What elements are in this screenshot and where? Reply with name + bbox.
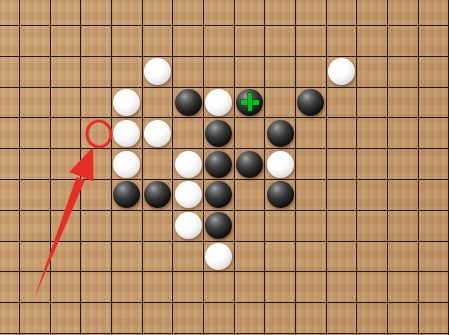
black-stone-last-move <box>236 89 263 116</box>
board-edge-cell <box>142 0 173 25</box>
board-cell[interactable] <box>356 25 387 56</box>
board-cell[interactable] <box>418 117 449 148</box>
board-cell[interactable] <box>295 25 326 56</box>
board-cell[interactable] <box>387 271 418 302</box>
board-cell[interactable] <box>172 302 203 333</box>
black-stone <box>267 181 294 208</box>
board-cell[interactable] <box>234 25 265 56</box>
board-cell[interactable] <box>418 179 449 210</box>
board-cell[interactable] <box>203 179 234 210</box>
board-cell[interactable] <box>387 56 418 87</box>
board-cell[interactable] <box>111 117 142 148</box>
board-cell[interactable] <box>356 241 387 272</box>
board-cell[interactable] <box>295 271 326 302</box>
white-stone <box>175 151 202 178</box>
board-edge-cell <box>295 0 326 25</box>
board-cell[interactable] <box>356 271 387 302</box>
white-stone <box>144 58 171 85</box>
black-stone <box>205 212 232 239</box>
board-edge-cell <box>0 271 19 302</box>
board-edge-cell <box>387 0 418 25</box>
board-cell[interactable] <box>50 87 81 118</box>
board-cell[interactable] <box>19 56 50 87</box>
board-edge-cell <box>0 87 19 118</box>
board-cell[interactable] <box>264 210 295 241</box>
board-cell[interactable] <box>172 148 203 179</box>
board-cell[interactable] <box>418 241 449 272</box>
board-cell[interactable] <box>295 302 326 333</box>
board-cell[interactable] <box>203 87 234 118</box>
black-stone <box>113 181 140 208</box>
board-cell[interactable] <box>356 148 387 179</box>
board-cell[interactable] <box>418 148 449 179</box>
board-cell[interactable] <box>203 56 234 87</box>
board-cell[interactable] <box>234 179 265 210</box>
black-stone <box>205 120 232 147</box>
board-cell[interactable] <box>203 210 234 241</box>
board-cell[interactable] <box>203 302 234 333</box>
board-cell[interactable] <box>50 271 81 302</box>
board-cell[interactable] <box>50 210 81 241</box>
board-cell[interactable] <box>418 25 449 56</box>
board-cell[interactable] <box>326 271 357 302</box>
board-cell[interactable] <box>19 210 50 241</box>
board-cell[interactable] <box>295 179 326 210</box>
board-cell[interactable] <box>326 25 357 56</box>
board-cell[interactable] <box>295 56 326 87</box>
board-cell[interactable] <box>234 302 265 333</box>
board-cell[interactable] <box>387 117 418 148</box>
board-cell[interactable] <box>50 117 81 148</box>
board-cell[interactable] <box>142 302 173 333</box>
board-cell[interactable] <box>234 87 265 118</box>
board-cell[interactable] <box>172 210 203 241</box>
board-cell[interactable] <box>387 302 418 333</box>
last-move-cross-icon <box>241 93 259 111</box>
board-cell[interactable] <box>234 241 265 272</box>
board-cell[interactable] <box>326 56 357 87</box>
board-cell[interactable] <box>418 302 449 333</box>
board-cell[interactable] <box>111 87 142 118</box>
gomoku-board <box>0 0 449 335</box>
board-cell[interactable] <box>264 271 295 302</box>
black-stone <box>297 89 324 116</box>
board-cell[interactable] <box>80 25 111 56</box>
board-cell[interactable] <box>142 56 173 87</box>
board-cell[interactable] <box>172 56 203 87</box>
board-cell[interactable] <box>50 25 81 56</box>
board-cell[interactable] <box>80 271 111 302</box>
black-stone <box>205 151 232 178</box>
board-cell[interactable] <box>142 241 173 272</box>
white-stone <box>175 181 202 208</box>
board-cell[interactable] <box>19 179 50 210</box>
board-cell[interactable] <box>203 271 234 302</box>
board-cell[interactable] <box>264 302 295 333</box>
board-edge-cell <box>234 0 265 25</box>
board-cell[interactable] <box>356 179 387 210</box>
board-cell[interactable] <box>142 25 173 56</box>
board-edge-cell <box>0 302 19 333</box>
board-cell[interactable] <box>111 179 142 210</box>
board-cell[interactable] <box>80 179 111 210</box>
board-cell[interactable] <box>172 271 203 302</box>
board-cell[interactable] <box>295 87 326 118</box>
board-cell[interactable] <box>80 302 111 333</box>
board-cell[interactable] <box>387 148 418 179</box>
board-cell[interactable] <box>19 148 50 179</box>
board-cell[interactable] <box>50 148 81 179</box>
board-cell[interactable] <box>80 241 111 272</box>
board-edge-cell <box>19 0 50 25</box>
board-cell[interactable] <box>387 179 418 210</box>
board-cell[interactable] <box>387 87 418 118</box>
white-stone <box>113 151 140 178</box>
white-stone <box>205 89 232 116</box>
board-cell[interactable] <box>19 241 50 272</box>
board-cell[interactable] <box>264 148 295 179</box>
board-edge-cell <box>0 25 19 56</box>
white-stone <box>328 58 355 85</box>
board-cell[interactable] <box>111 271 142 302</box>
board-cell[interactable] <box>80 148 111 179</box>
board-cell[interactable] <box>50 241 81 272</box>
board-cell[interactable] <box>418 271 449 302</box>
board-cell[interactable] <box>80 87 111 118</box>
black-stone <box>236 151 263 178</box>
board-cell[interactable] <box>418 56 449 87</box>
black-stone <box>205 181 232 208</box>
board-cell[interactable] <box>19 117 50 148</box>
board-edge-cell <box>0 148 19 179</box>
board-cell[interactable] <box>172 117 203 148</box>
white-stone <box>113 120 140 147</box>
board-grid <box>0 0 449 335</box>
board-cell[interactable] <box>418 210 449 241</box>
board-edge-cell <box>80 0 111 25</box>
board-edge-cell <box>50 0 81 25</box>
board-cell[interactable] <box>326 87 357 118</box>
board-cell[interactable] <box>234 117 265 148</box>
board-cell[interactable] <box>295 117 326 148</box>
board-cell[interactable] <box>111 56 142 87</box>
white-stone <box>267 151 294 178</box>
board-cell[interactable] <box>356 87 387 118</box>
board-cell[interactable] <box>50 302 81 333</box>
board-cell[interactable] <box>295 210 326 241</box>
board-cell[interactable] <box>19 25 50 56</box>
board-cell[interactable] <box>111 148 142 179</box>
board-cell[interactable] <box>50 56 81 87</box>
board-cell[interactable] <box>387 241 418 272</box>
board-cell[interactable] <box>234 210 265 241</box>
black-stone <box>144 181 171 208</box>
board-cell[interactable] <box>326 148 357 179</box>
board-edge-cell <box>111 0 142 25</box>
board-cell[interactable] <box>142 210 173 241</box>
board-edge-cell <box>0 241 19 272</box>
board-cell[interactable] <box>142 179 173 210</box>
board-cell[interactable] <box>203 117 234 148</box>
board-edge-cell <box>203 0 234 25</box>
board-cell[interactable] <box>203 241 234 272</box>
black-stone <box>267 120 294 147</box>
board-cell[interactable] <box>19 302 50 333</box>
white-stone <box>175 212 202 239</box>
board-cell[interactable] <box>326 210 357 241</box>
board-cell[interactable] <box>111 25 142 56</box>
board-cell[interactable] <box>418 87 449 118</box>
board-cell[interactable] <box>50 179 81 210</box>
white-stone <box>113 89 140 116</box>
board-edge-cell <box>0 179 19 210</box>
board-cell[interactable] <box>356 117 387 148</box>
board-cell[interactable] <box>264 241 295 272</box>
black-stone <box>175 89 202 116</box>
board-cell[interactable] <box>142 117 173 148</box>
board-cell[interactable] <box>234 148 265 179</box>
board-edge-cell <box>0 0 19 25</box>
board-cell[interactable] <box>19 271 50 302</box>
board-edge-cell <box>326 0 357 25</box>
board-cell[interactable] <box>264 25 295 56</box>
board-edge-cell <box>418 0 449 25</box>
board-edge-cell <box>0 56 19 87</box>
board-edge-cell <box>264 0 295 25</box>
white-stone <box>205 243 232 270</box>
board-cell[interactable] <box>142 87 173 118</box>
board-edge-cell <box>0 117 19 148</box>
board-cell[interactable] <box>172 241 203 272</box>
board-cell[interactable] <box>142 148 173 179</box>
board-cell[interactable] <box>295 148 326 179</box>
board-cell[interactable] <box>264 56 295 87</box>
board-cell[interactable] <box>234 271 265 302</box>
board-cell[interactable] <box>142 271 173 302</box>
board-cell[interactable] <box>295 241 326 272</box>
board-cell[interactable] <box>172 87 203 118</box>
board-cell[interactable] <box>203 25 234 56</box>
board-cell[interactable] <box>111 241 142 272</box>
board-cell[interactable] <box>356 302 387 333</box>
board-edge-cell <box>0 210 19 241</box>
board-cell[interactable] <box>387 210 418 241</box>
board-cell[interactable] <box>326 302 357 333</box>
board-edge-cell <box>356 0 387 25</box>
board-cell[interactable] <box>19 87 50 118</box>
board-cell[interactable] <box>356 210 387 241</box>
board-cell[interactable] <box>326 179 357 210</box>
white-stone <box>144 120 171 147</box>
board-cell[interactable] <box>264 179 295 210</box>
board-cell[interactable] <box>80 56 111 87</box>
board-cell[interactable] <box>264 87 295 118</box>
board-cell[interactable] <box>111 210 142 241</box>
board-cell[interactable] <box>356 56 387 87</box>
board-cell[interactable] <box>387 25 418 56</box>
board-cell[interactable] <box>172 25 203 56</box>
board-cell[interactable] <box>203 148 234 179</box>
board-cell[interactable] <box>264 117 295 148</box>
board-cell[interactable] <box>80 210 111 241</box>
board-cell[interactable] <box>326 241 357 272</box>
board-cell[interactable] <box>326 117 357 148</box>
board-cell[interactable] <box>172 179 203 210</box>
board-cell[interactable] <box>111 302 142 333</box>
board-edge-cell <box>172 0 203 25</box>
board-cell[interactable] <box>234 56 265 87</box>
